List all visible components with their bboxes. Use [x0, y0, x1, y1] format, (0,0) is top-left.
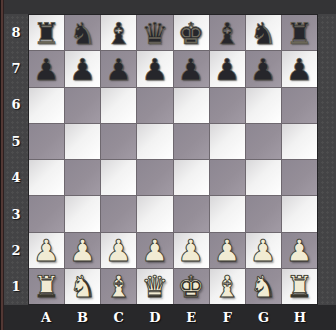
square-e7[interactable]: ♟ — [174, 51, 209, 86]
rank-labels: 87654321 — [4, 14, 28, 305]
piece-black-pawn[interactable]: ♟ — [178, 55, 205, 85]
piece-black-knight[interactable]: ♞ — [250, 19, 277, 49]
square-c1[interactable]: ♝ — [101, 269, 136, 304]
piece-black-pawn[interactable]: ♟ — [69, 55, 96, 85]
piece-black-rook[interactable]: ♜ — [286, 19, 313, 49]
square-g8[interactable]: ♞ — [246, 15, 281, 50]
piece-black-king[interactable]: ♚ — [178, 19, 205, 49]
piece-white-bishop[interactable]: ♝ — [105, 272, 132, 302]
square-h5[interactable] — [282, 124, 317, 159]
file-label-g: G — [246, 305, 282, 330]
piece-white-pawn[interactable]: ♟ — [141, 236, 168, 266]
piece-white-pawn[interactable]: ♟ — [69, 236, 96, 266]
piece-black-pawn[interactable]: ♟ — [105, 55, 132, 85]
file-label-h: H — [282, 305, 318, 330]
file-label-f: F — [209, 305, 245, 330]
piece-white-pawn[interactable]: ♟ — [105, 236, 132, 266]
piece-black-pawn[interactable]: ♟ — [286, 55, 313, 85]
piece-black-bishop[interactable]: ♝ — [105, 19, 132, 49]
square-a2[interactable]: ♟ — [29, 233, 64, 268]
file-labels: ABCDEFGH — [28, 305, 318, 330]
piece-white-pawn[interactable]: ♟ — [286, 236, 313, 266]
square-h6[interactable] — [282, 88, 317, 123]
square-a4[interactable] — [29, 160, 64, 195]
square-f2[interactable]: ♟ — [210, 233, 245, 268]
rank-label-6: 6 — [4, 87, 28, 123]
square-c4[interactable] — [101, 160, 136, 195]
piece-white-king[interactable]: ♚ — [178, 272, 205, 302]
square-b6[interactable] — [65, 88, 100, 123]
square-c3[interactable] — [101, 196, 136, 231]
square-b5[interactable] — [65, 124, 100, 159]
square-e1[interactable]: ♚ — [174, 269, 209, 304]
square-d6[interactable] — [137, 88, 172, 123]
square-a6[interactable] — [29, 88, 64, 123]
square-d2[interactable]: ♟ — [137, 233, 172, 268]
piece-black-pawn[interactable]: ♟ — [250, 55, 277, 85]
piece-white-pawn[interactable]: ♟ — [250, 236, 277, 266]
square-g5[interactable] — [246, 124, 281, 159]
square-g2[interactable]: ♟ — [246, 233, 281, 268]
square-g1[interactable]: ♞ — [246, 269, 281, 304]
file-label-c: C — [101, 305, 137, 330]
piece-black-pawn[interactable]: ♟ — [141, 55, 168, 85]
square-b2[interactable]: ♟ — [65, 233, 100, 268]
square-f7[interactable]: ♟ — [210, 51, 245, 86]
square-d1[interactable]: ♛ — [137, 269, 172, 304]
rank-label-2: 2 — [4, 232, 28, 268]
piece-white-pawn[interactable]: ♟ — [214, 236, 241, 266]
square-h1[interactable]: ♜ — [282, 269, 317, 304]
piece-black-queen[interactable]: ♛ — [141, 19, 168, 49]
square-e6[interactable] — [174, 88, 209, 123]
square-e5[interactable] — [174, 124, 209, 159]
piece-white-queen[interactable]: ♛ — [141, 272, 168, 302]
square-c6[interactable] — [101, 88, 136, 123]
square-a3[interactable] — [29, 196, 64, 231]
square-g7[interactable]: ♟ — [246, 51, 281, 86]
square-f4[interactable] — [210, 160, 245, 195]
rank-label-3: 3 — [4, 196, 28, 232]
square-e2[interactable]: ♟ — [174, 233, 209, 268]
square-h2[interactable]: ♟ — [282, 233, 317, 268]
piece-black-pawn[interactable]: ♟ — [33, 55, 60, 85]
square-h7[interactable]: ♟ — [282, 51, 317, 86]
rank-label-1: 1 — [4, 269, 28, 305]
square-b3[interactable] — [65, 196, 100, 231]
square-f8[interactable]: ♝ — [210, 15, 245, 50]
chessboard[interactable]: ♜♞♝♛♚♝♞♜♟♟♟♟♟♟♟♟♟♟♟♟♟♟♟♟♜♞♝♛♚♝♞♜ — [28, 14, 318, 305]
piece-white-knight[interactable]: ♞ — [69, 272, 96, 302]
rank-label-5: 5 — [4, 123, 28, 159]
piece-white-pawn[interactable]: ♟ — [178, 236, 205, 266]
square-h8[interactable]: ♜ — [282, 15, 317, 50]
chessboard-frame: 87654321 ♜♞♝♛♚♝♞♜♟♟♟♟♟♟♟♟♟♟♟♟♟♟♟♟♜♞♝♛♚♝♞… — [0, 0, 336, 330]
piece-white-bishop[interactable]: ♝ — [214, 272, 241, 302]
file-label-a: A — [28, 305, 64, 330]
square-b8[interactable]: ♞ — [65, 15, 100, 50]
square-d5[interactable] — [137, 124, 172, 159]
piece-black-pawn[interactable]: ♟ — [214, 55, 241, 85]
piece-white-rook[interactable]: ♜ — [286, 272, 313, 302]
square-e3[interactable] — [174, 196, 209, 231]
file-label-b: B — [64, 305, 100, 330]
square-a5[interactable] — [29, 124, 64, 159]
square-d8[interactable]: ♛ — [137, 15, 172, 50]
square-f5[interactable] — [210, 124, 245, 159]
square-h4[interactable] — [282, 160, 317, 195]
piece-white-knight[interactable]: ♞ — [250, 272, 277, 302]
square-g3[interactable] — [246, 196, 281, 231]
square-b1[interactable]: ♞ — [65, 269, 100, 304]
square-a7[interactable]: ♟ — [29, 51, 64, 86]
square-g4[interactable] — [246, 160, 281, 195]
rank-label-4: 4 — [4, 160, 28, 196]
rank-label-7: 7 — [4, 50, 28, 86]
square-e8[interactable]: ♚ — [174, 15, 209, 50]
top-border-strip — [4, 0, 336, 14]
file-label-e: E — [173, 305, 209, 330]
piece-black-rook[interactable]: ♜ — [33, 19, 60, 49]
square-b4[interactable] — [65, 160, 100, 195]
piece-white-pawn[interactable]: ♟ — [33, 236, 60, 266]
square-a8[interactable]: ♜ — [29, 15, 64, 50]
rank-label-8: 8 — [4, 14, 28, 50]
square-d4[interactable] — [137, 160, 172, 195]
square-e4[interactable] — [174, 160, 209, 195]
square-d3[interactable] — [137, 196, 172, 231]
square-c5[interactable] — [101, 124, 136, 159]
square-f3[interactable] — [210, 196, 245, 231]
square-c7[interactable]: ♟ — [101, 51, 136, 86]
square-f1[interactable]: ♝ — [210, 269, 245, 304]
square-h3[interactable] — [282, 196, 317, 231]
file-label-d: D — [137, 305, 173, 330]
square-c2[interactable]: ♟ — [101, 233, 136, 268]
square-f6[interactable] — [210, 88, 245, 123]
square-g6[interactable] — [246, 88, 281, 123]
piece-black-bishop[interactable]: ♝ — [214, 19, 241, 49]
square-c8[interactable]: ♝ — [101, 15, 136, 50]
piece-white-rook[interactable]: ♜ — [33, 272, 60, 302]
square-d7[interactable]: ♟ — [137, 51, 172, 86]
piece-black-knight[interactable]: ♞ — [69, 19, 96, 49]
square-a1[interactable]: ♜ — [29, 269, 64, 304]
square-b7[interactable]: ♟ — [65, 51, 100, 86]
